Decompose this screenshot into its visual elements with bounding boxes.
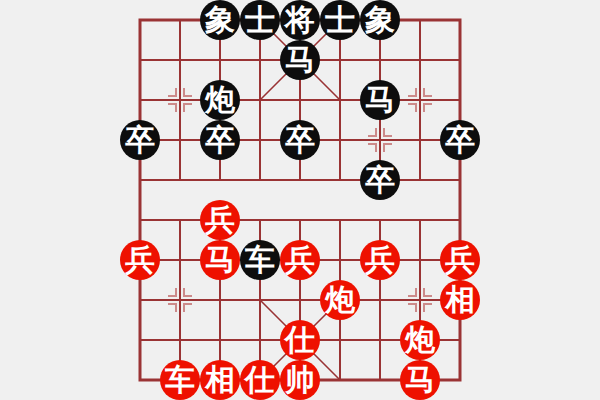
piece-red-soldier[interactable]: 兵 (280, 240, 320, 280)
piece-red-cannon[interactable]: 炮 (320, 280, 360, 320)
piece-black-soldier[interactable]: 卒 (120, 120, 160, 160)
piece-black-general[interactable]: 将 (280, 0, 320, 40)
piece-red-soldier[interactable]: 兵 (440, 240, 480, 280)
piece-red-elephant[interactable]: 相 (200, 360, 240, 400)
piece-black-cannon[interactable]: 炮 (200, 80, 240, 120)
piece-red-horse[interactable]: 马 (400, 360, 440, 400)
piece-red-soldier[interactable]: 兵 (200, 200, 240, 240)
xiangqi-app-window: 象士将士象马炮马卒卒卒卒卒车兵兵马兵兵兵炮相仕炮车相仕帅马 (0, 0, 600, 400)
piece-red-soldier[interactable]: 兵 (120, 240, 160, 280)
piece-red-advisor[interactable]: 仕 (240, 360, 280, 400)
piece-red-general[interactable]: 帅 (280, 360, 320, 400)
piece-red-horse[interactable]: 马 (200, 240, 240, 280)
piece-red-soldier[interactable]: 兵 (360, 240, 400, 280)
piece-red-cannon[interactable]: 炮 (400, 320, 440, 360)
piece-black-elephant[interactable]: 象 (360, 0, 400, 40)
piece-black-horse[interactable]: 马 (360, 80, 400, 120)
piece-red-elephant[interactable]: 相 (440, 280, 480, 320)
piece-black-soldier[interactable]: 卒 (440, 120, 480, 160)
piece-black-chariot[interactable]: 车 (240, 240, 280, 280)
xiangqi-board[interactable]: 象士将士象马炮马卒卒卒卒卒车兵兵马兵兵兵炮相仕炮车相仕帅马 (120, 0, 480, 400)
piece-red-chariot[interactable]: 车 (160, 360, 200, 400)
piece-black-soldier[interactable]: 卒 (360, 160, 400, 200)
piece-red-advisor[interactable]: 仕 (280, 320, 320, 360)
piece-black-elephant[interactable]: 象 (200, 0, 240, 40)
piece-black-horse[interactable]: 马 (280, 40, 320, 80)
piece-black-advisor[interactable]: 士 (240, 0, 280, 40)
piece-black-soldier[interactable]: 卒 (200, 120, 240, 160)
piece-black-advisor[interactable]: 士 (320, 0, 360, 40)
piece-black-soldier[interactable]: 卒 (280, 120, 320, 160)
